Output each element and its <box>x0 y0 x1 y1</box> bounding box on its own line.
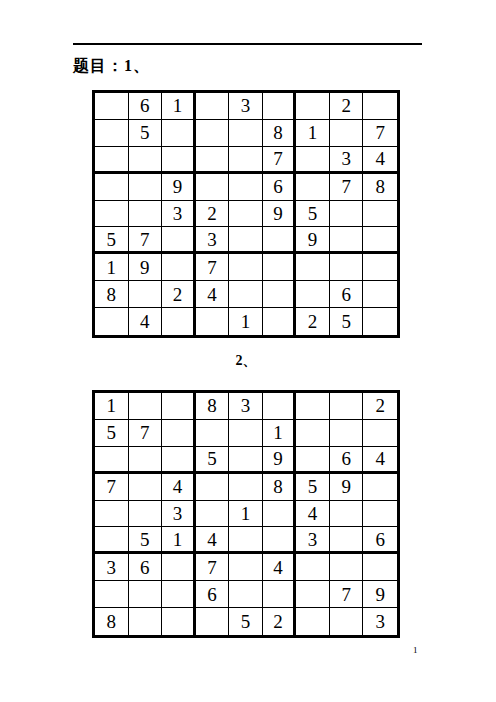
sudoku1-cell-r7c9 <box>363 254 397 281</box>
sudoku2-cell-r3c5 <box>229 447 263 474</box>
sudoku1-cell-r9c4 <box>196 308 230 335</box>
sudoku2-cell-r8c3 <box>162 581 196 608</box>
sudoku1-cell-r4c4 <box>196 174 230 201</box>
sudoku1-cell-r8c6 <box>263 281 297 308</box>
sudoku2-cell-r3c7 <box>296 447 330 474</box>
sudoku2-cell-r9c4 <box>196 608 230 635</box>
sudoku1-cell-r3c9: 4 <box>363 147 397 174</box>
sudoku1-cell-r6c2: 7 <box>129 227 163 254</box>
sudoku1-cell-r5c5 <box>229 201 263 228</box>
sudoku1-cell-r5c7: 5 <box>296 201 330 228</box>
sudoku1-cell-r6c3 <box>162 227 196 254</box>
sudoku2-cell-r6c1 <box>95 527 129 554</box>
sudoku-grid-2: 18325715964748593145143636746798523 <box>92 390 400 638</box>
sudoku2-cell-r9c5: 5 <box>229 608 263 635</box>
sudoku1-cell-r2c6: 8 <box>263 120 297 147</box>
sudoku2-cell-r3c4: 5 <box>196 447 230 474</box>
sudoku2-cell-r7c1: 3 <box>95 554 129 581</box>
sudoku2-cell-r2c3 <box>162 420 196 447</box>
sudoku2-cell-r4c3: 4 <box>162 474 196 501</box>
sudoku2-cell-r4c9 <box>363 474 397 501</box>
sudoku1-cell-r6c9 <box>363 227 397 254</box>
sudoku1-cell-r7c7 <box>296 254 330 281</box>
sudoku1-cell-r1c3: 1 <box>162 93 196 120</box>
sudoku1-cell-r5c1 <box>95 201 129 228</box>
sudoku2-cell-r4c6: 8 <box>263 474 297 501</box>
sudoku2-cell-r9c2 <box>129 608 163 635</box>
sudoku2-cell-r5c8 <box>330 501 364 528</box>
sudoku2-cell-r3c1 <box>95 447 129 474</box>
sudoku1-cell-r8c3: 2 <box>162 281 196 308</box>
sudoku1-cell-r7c2: 9 <box>129 254 163 281</box>
sudoku2-cell-r5c9 <box>363 501 397 528</box>
sudoku2-cell-r1c6 <box>263 393 297 420</box>
sudoku1-cell-r4c7 <box>296 174 330 201</box>
sudoku2-cell-r9c6: 2 <box>263 608 297 635</box>
sudoku1-cell-r1c9 <box>363 93 397 120</box>
sudoku1-cell-r8c2 <box>129 281 163 308</box>
sudoku2-cell-r8c1 <box>95 581 129 608</box>
sudoku1-cell-r3c3 <box>162 147 196 174</box>
sudoku1-cell-r4c6: 6 <box>263 174 297 201</box>
sudoku2-cell-r5c4 <box>196 501 230 528</box>
sudoku2-cell-r8c8: 7 <box>330 581 364 608</box>
sudoku1-cell-r5c9 <box>363 201 397 228</box>
sudoku2-cell-r7c6: 4 <box>263 554 297 581</box>
sudoku2-cell-r1c7 <box>296 393 330 420</box>
sudoku2-cell-r3c3 <box>162 447 196 474</box>
sudoku1-cell-r2c9: 7 <box>363 120 397 147</box>
sudoku1-cell-r8c9 <box>363 281 397 308</box>
sudoku1-cell-r1c8: 2 <box>330 93 364 120</box>
sudoku2-cell-r8c7 <box>296 581 330 608</box>
sudoku1-cell-r1c4 <box>196 93 230 120</box>
sudoku2-cell-r8c4: 6 <box>196 581 230 608</box>
sudoku2-cell-r8c2 <box>129 581 163 608</box>
sudoku2-cell-r7c8 <box>330 554 364 581</box>
sudoku2-cell-r2c2: 7 <box>129 420 163 447</box>
sudoku2-cell-r8c9: 9 <box>363 581 397 608</box>
sudoku1-cell-r5c4: 2 <box>196 201 230 228</box>
sudoku2-cell-r6c8 <box>330 527 364 554</box>
sudoku2-cell-r3c8: 6 <box>330 447 364 474</box>
sudoku1-cell-r3c8: 3 <box>330 147 364 174</box>
sudoku1-cell-r6c7: 9 <box>296 227 330 254</box>
sudoku2-cell-r1c9: 2 <box>363 393 397 420</box>
sudoku1-cell-r5c8 <box>330 201 364 228</box>
sudoku1-cell-r7c4: 7 <box>196 254 230 281</box>
sudoku2-cell-r9c9: 3 <box>363 608 397 635</box>
sudoku2-cell-r7c3 <box>162 554 196 581</box>
sudoku1-cell-r6c6 <box>263 227 297 254</box>
sudoku1-cell-r3c2 <box>129 147 163 174</box>
page-number: 1 <box>413 645 418 655</box>
sudoku2-cell-r2c4 <box>196 420 230 447</box>
sudoku1-cell-r9c5: 1 <box>229 308 263 335</box>
sudoku2-cell-r2c6: 1 <box>263 420 297 447</box>
sudoku1-cell-r3c5 <box>229 147 263 174</box>
sudoku2-cell-r6c3: 1 <box>162 527 196 554</box>
sudoku1-cell-r8c1: 8 <box>95 281 129 308</box>
sudoku2-cell-r5c5: 1 <box>229 501 263 528</box>
sudoku1-cell-r7c5 <box>229 254 263 281</box>
sudoku1-cell-r9c1 <box>95 308 129 335</box>
sudoku1-cell-r4c2 <box>129 174 163 201</box>
sudoku2-cell-r3c6: 9 <box>263 447 297 474</box>
sudoku1-cell-r6c4: 3 <box>196 227 230 254</box>
sudoku2-cell-r5c2 <box>129 501 163 528</box>
sudoku1-cell-r2c7: 1 <box>296 120 330 147</box>
sudoku2-cell-r7c2: 6 <box>129 554 163 581</box>
sudoku2-cell-r1c1: 1 <box>95 393 129 420</box>
sudoku2-cell-r5c6 <box>263 501 297 528</box>
sudoku1-cell-r5c3: 3 <box>162 201 196 228</box>
sudoku2-cell-r9c8 <box>330 608 364 635</box>
sudoku2-cell-r4c2 <box>129 474 163 501</box>
sudoku-grid-1: 6132581773496783295573919782464125 <box>92 90 400 338</box>
sudoku2-cell-r2c9 <box>363 420 397 447</box>
header-rule-divider <box>73 43 422 45</box>
sudoku2-cell-r4c5 <box>229 474 263 501</box>
sudoku2-cell-r2c1: 5 <box>95 420 129 447</box>
sudoku1-cell-r3c6: 7 <box>263 147 297 174</box>
sudoku1-cell-r9c9 <box>363 308 397 335</box>
sudoku2-cell-r3c2 <box>129 447 163 474</box>
sudoku2-cell-r9c3 <box>162 608 196 635</box>
sudoku2-cell-r8c5 <box>229 581 263 608</box>
sudoku2-cell-r9c7 <box>296 608 330 635</box>
sudoku2-cell-r5c1 <box>95 501 129 528</box>
sudoku2-cell-r7c5 <box>229 554 263 581</box>
sudoku1-cell-r7c3 <box>162 254 196 281</box>
sudoku1-cell-r8c5 <box>229 281 263 308</box>
sudoku2-cell-r4c8: 9 <box>330 474 364 501</box>
sudoku1-cell-r5c6: 9 <box>263 201 297 228</box>
sudoku1-cell-r9c6 <box>263 308 297 335</box>
sudoku1-cell-r2c5 <box>229 120 263 147</box>
sudoku1-cell-r4c1 <box>95 174 129 201</box>
sudoku1-cell-r7c8 <box>330 254 364 281</box>
sudoku2-cell-r7c9 <box>363 554 397 581</box>
sudoku1-cell-r2c1 <box>95 120 129 147</box>
sudoku2-cell-r1c8 <box>330 393 364 420</box>
sudoku1-cell-r1c5: 3 <box>229 93 263 120</box>
sudoku1-cell-r2c2: 5 <box>129 120 163 147</box>
sudoku2-cell-r4c7: 5 <box>296 474 330 501</box>
sudoku2-cell-r6c5 <box>229 527 263 554</box>
sudoku1-cell-r9c3 <box>162 308 196 335</box>
sudoku1-cell-r9c8: 5 <box>330 308 364 335</box>
document-page: 题目：1、 6132581773496783295573919782464125… <box>0 0 496 702</box>
sudoku1-cell-r9c7: 2 <box>296 308 330 335</box>
sudoku2-cell-r8c6 <box>263 581 297 608</box>
sudoku2-cell-r6c2: 5 <box>129 527 163 554</box>
sudoku2-cell-r5c7: 4 <box>296 501 330 528</box>
page-title: 题目：1、 <box>73 56 150 77</box>
puzzle-2-label: 2、 <box>92 352 400 370</box>
sudoku2-cell-r5c3: 3 <box>162 501 196 528</box>
sudoku2-cell-r7c7 <box>296 554 330 581</box>
sudoku2-cell-r3c9: 4 <box>363 447 397 474</box>
sudoku2-cell-r2c7 <box>296 420 330 447</box>
sudoku1-cell-r3c4 <box>196 147 230 174</box>
sudoku1-cell-r1c1 <box>95 93 129 120</box>
sudoku2-cell-r6c6 <box>263 527 297 554</box>
sudoku1-cell-r6c5 <box>229 227 263 254</box>
sudoku1-cell-r7c6 <box>263 254 297 281</box>
sudoku1-cell-r4c9: 8 <box>363 174 397 201</box>
sudoku2-cell-r6c7: 3 <box>296 527 330 554</box>
sudoku1-cell-r4c5 <box>229 174 263 201</box>
sudoku1-cell-r4c8: 7 <box>330 174 364 201</box>
sudoku2-cell-r2c5 <box>229 420 263 447</box>
sudoku1-cell-r8c4: 4 <box>196 281 230 308</box>
sudoku2-cell-r4c1: 7 <box>95 474 129 501</box>
sudoku2-cell-r6c4: 4 <box>196 527 230 554</box>
sudoku1-cell-r2c4 <box>196 120 230 147</box>
sudoku1-cell-r1c2: 6 <box>129 93 163 120</box>
sudoku2-cell-r1c3 <box>162 393 196 420</box>
sudoku2-cell-r6c9: 6 <box>363 527 397 554</box>
sudoku2-cell-r1c5: 3 <box>229 393 263 420</box>
sudoku1-cell-r9c2: 4 <box>129 308 163 335</box>
sudoku1-cell-r1c7 <box>296 93 330 120</box>
sudoku2-cell-r2c8 <box>330 420 364 447</box>
sudoku1-cell-r8c8: 6 <box>330 281 364 308</box>
sudoku1-cell-r7c1: 1 <box>95 254 129 281</box>
sudoku2-cell-r7c4: 7 <box>196 554 230 581</box>
sudoku2-cell-r4c4 <box>196 474 230 501</box>
sudoku1-cell-r5c2 <box>129 201 163 228</box>
sudoku1-cell-r2c3 <box>162 120 196 147</box>
sudoku2-cell-r1c4: 8 <box>196 393 230 420</box>
sudoku1-cell-r4c3: 9 <box>162 174 196 201</box>
sudoku2-cell-r9c1: 8 <box>95 608 129 635</box>
sudoku2-cell-r1c2 <box>129 393 163 420</box>
sudoku1-cell-r3c7 <box>296 147 330 174</box>
sudoku1-cell-r2c8 <box>330 120 364 147</box>
sudoku1-cell-r3c1 <box>95 147 129 174</box>
sudoku1-cell-r6c8 <box>330 227 364 254</box>
sudoku1-cell-r8c7 <box>296 281 330 308</box>
sudoku1-cell-r6c1: 5 <box>95 227 129 254</box>
sudoku1-cell-r1c6 <box>263 93 297 120</box>
